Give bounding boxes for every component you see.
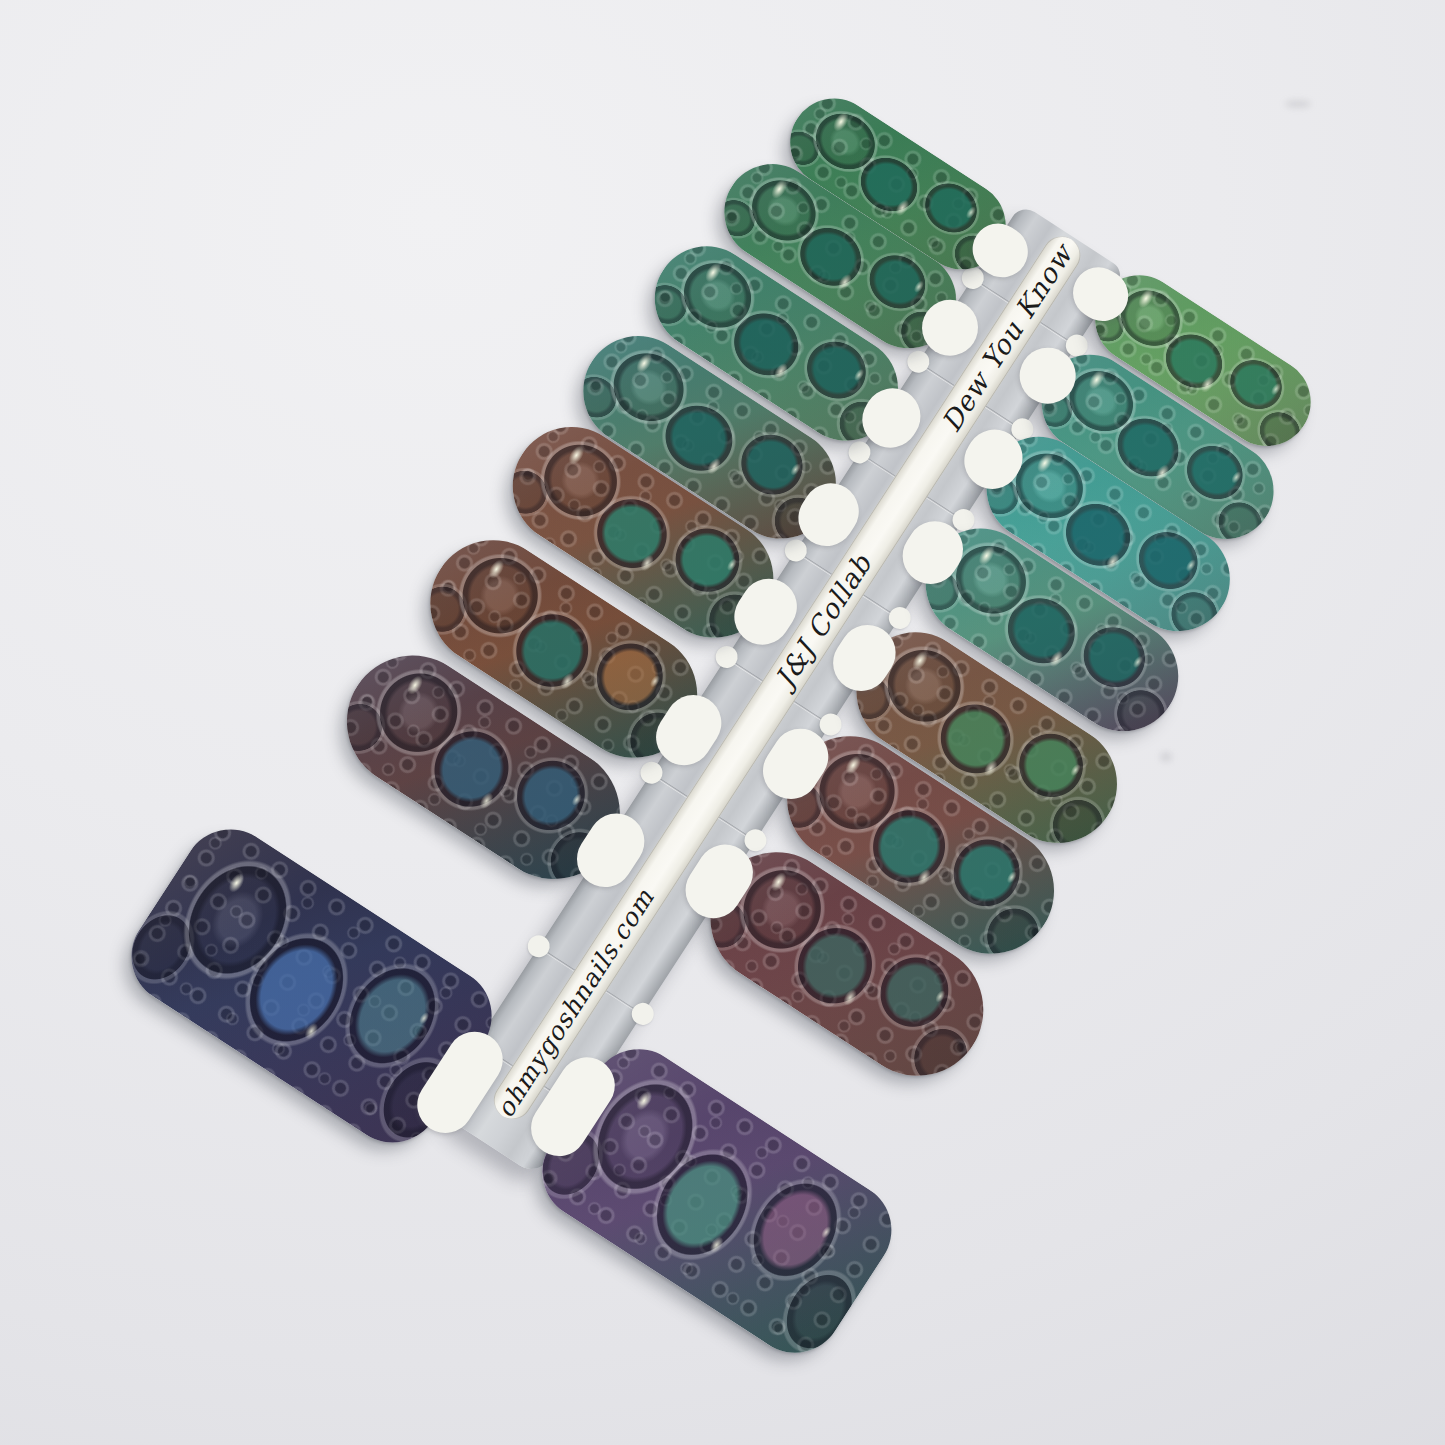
nail-wrap [524,1030,910,1370]
nail-wrap-sheet: Dew You Know J&J Collab ohmygoshnails.co… [0,0,1445,1445]
photo-background: Dew You Know J&J Collab ohmygoshnails.co… [0,0,1445,1445]
nail-wrap [113,811,510,1161]
background-smudge [1285,100,1311,108]
